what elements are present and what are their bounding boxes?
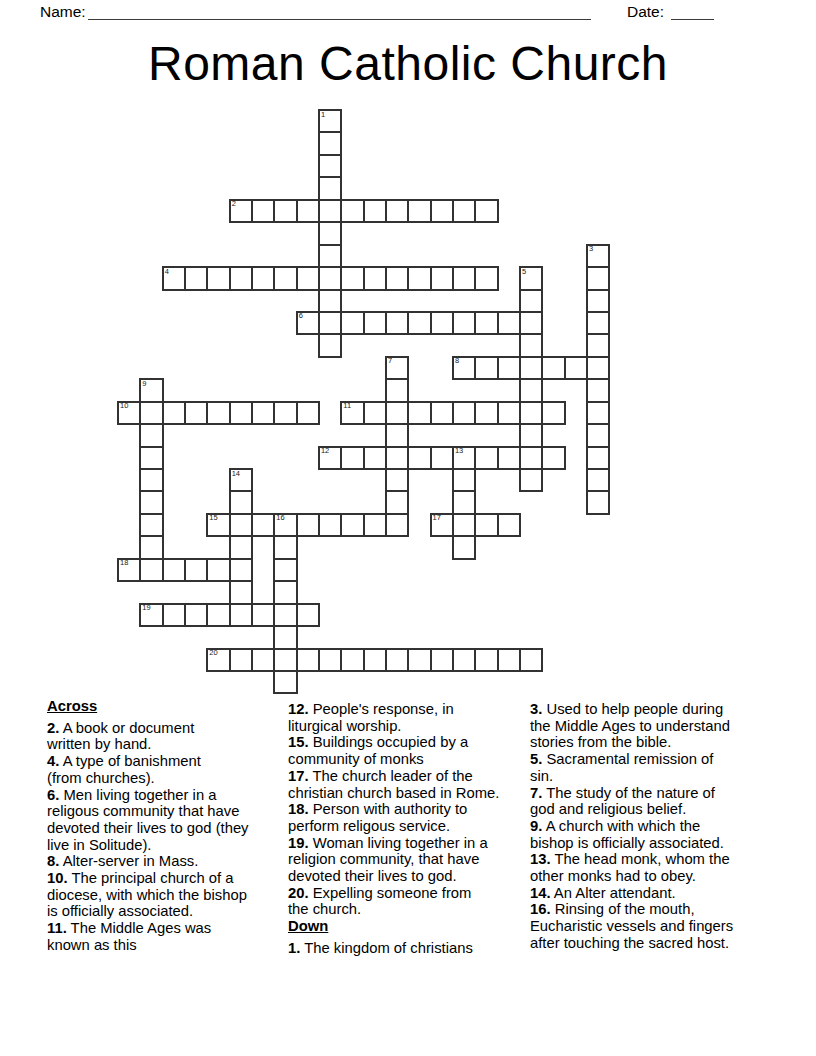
down-heading: Down [288, 918, 538, 935]
clue-item-text: Expelling someone from the church. [288, 885, 471, 918]
crossword-cell[interactable] [319, 290, 341, 312]
crossword-cell[interactable] [542, 357, 564, 379]
crossword-cell[interactable] [453, 402, 475, 424]
crossword-cell[interactable] [341, 649, 363, 671]
crossword-cell[interactable] [498, 312, 520, 334]
crossword-cell[interactable] [140, 491, 162, 513]
crossword-cell[interactable] [386, 649, 408, 671]
crossword-cell[interactable] [386, 402, 408, 424]
crossword-cell[interactable] [230, 267, 252, 289]
crossword-cell[interactable] [319, 177, 341, 199]
clue-item-4: 4. A type of banishment (from churches). [47, 753, 297, 786]
crossword-cell[interactable] [408, 649, 430, 671]
crossword-cell[interactable] [319, 200, 341, 222]
clue-item-1: 1. The kingdom of christians [288, 940, 538, 957]
crossword-cell[interactable] [140, 536, 162, 558]
crossword-cell[interactable] [587, 424, 609, 446]
clue-item-19: 19. Woman living together in a religion … [288, 835, 538, 885]
crossword-cell[interactable] [319, 245, 341, 267]
crossword-cell[interactable] [230, 491, 252, 513]
crossword-cell[interactable] [587, 312, 609, 334]
crossword-cell[interactable] [408, 402, 430, 424]
crossword-cell[interactable]: 16 [274, 514, 296, 536]
crossword-cell[interactable] [364, 402, 386, 424]
crossword-cell[interactable] [185, 267, 207, 289]
crossword-cell[interactable] [520, 469, 542, 491]
clue-item-text: Rinsing of the mouth, Eucharistic vessel… [530, 901, 733, 950]
crossword-cell[interactable] [140, 447, 162, 469]
clue-item-20: 20. Expelling someone from the church. [288, 885, 538, 918]
crossword-cell[interactable] [185, 402, 207, 424]
crossword-cell[interactable]: 20 [207, 649, 229, 671]
crossword-cell[interactable] [319, 267, 341, 289]
crossword-cell[interactable] [431, 200, 453, 222]
clue-item-text: The church leader of the christian churc… [288, 768, 499, 801]
clue-item-number: 7. [530, 785, 542, 801]
crossword-cell[interactable] [297, 402, 319, 424]
clue-number: 11 [343, 402, 351, 411]
crossword-grid: 1234567891011121314151617181920 [118, 110, 609, 693]
crossword-cell[interactable] [386, 424, 408, 446]
crossword-cell[interactable] [163, 559, 185, 581]
crossword-cell[interactable]: 5 [520, 267, 542, 289]
clue-item-11: 11. The Middle Ages was known as this [47, 920, 297, 953]
crossword-cell[interactable] [386, 469, 408, 491]
crossword-cell[interactable] [252, 267, 274, 289]
crossword-cell[interactable] [341, 312, 363, 334]
crossword-cell[interactable]: 10 [118, 402, 140, 424]
clue-item-text: Used to help people during the Middle Ag… [530, 701, 730, 750]
clue-item-text: Woman living together in a religion comm… [288, 835, 488, 884]
crossword-cell[interactable] [408, 312, 430, 334]
crossword-cell[interactable] [319, 649, 341, 671]
clue-item-text: Buildings occupied by a community of mon… [288, 734, 468, 767]
crossword-cell[interactable] [587, 267, 609, 289]
clue-number: 1 [321, 111, 325, 120]
crossword-cell[interactable]: 9 [140, 379, 162, 401]
crossword-cell[interactable] [386, 200, 408, 222]
page-title: Roman Catholic Church [0, 36, 816, 91]
crossword-cell[interactable] [185, 559, 207, 581]
clue-number: 18 [120, 559, 128, 568]
crossword-cell[interactable] [364, 200, 386, 222]
crossword-cell[interactable] [520, 379, 542, 401]
clue-number: 2 [232, 200, 236, 209]
clue-item-text: The head monk, whom the other monks had … [530, 851, 730, 884]
crossword-cell[interactable] [319, 132, 341, 154]
crossword-cell[interactable]: 17 [431, 514, 453, 536]
crossword-cell[interactable] [207, 559, 229, 581]
crossword-cell[interactable] [386, 514, 408, 536]
clue-item-number: 11. [47, 920, 67, 936]
name-blank-line[interactable] [88, 2, 591, 20]
crossword-cell[interactable] [230, 649, 252, 671]
crossword-cell[interactable] [297, 649, 319, 671]
clue-item-text: The principal church of a diocese, with … [47, 870, 247, 919]
crossword-cell[interactable] [252, 604, 274, 626]
crossword-cell[interactable]: 18 [118, 559, 140, 581]
crossword-cell[interactable] [319, 514, 341, 536]
crossword-cell[interactable] [498, 649, 520, 671]
crossword-cell[interactable] [520, 447, 542, 469]
crossword-cell[interactable] [542, 402, 564, 424]
clue-item-number: 2. [47, 720, 59, 736]
clue-number: 12 [321, 447, 329, 456]
clue-item-number: 5. [530, 751, 542, 767]
crossword-cell[interactable]: 2 [230, 200, 252, 222]
crossword-cell[interactable] [274, 267, 296, 289]
crossword-cell[interactable] [587, 290, 609, 312]
crossword-cell[interactable] [408, 447, 430, 469]
crossword-cell[interactable] [453, 200, 475, 222]
crossword-cell[interactable] [341, 514, 363, 536]
crossword-cell[interactable]: 7 [386, 357, 408, 379]
crossword-cell[interactable] [319, 222, 341, 244]
clue-item-text: Person with authority to perform religou… [288, 801, 467, 834]
clue-number: 3 [589, 245, 593, 254]
clue-item-number: 3. [530, 701, 542, 717]
date-label: Date: [627, 3, 664, 21]
crossword-cell[interactable] [341, 200, 363, 222]
crossword-cell[interactable] [274, 536, 296, 558]
crossword-cell[interactable] [475, 267, 497, 289]
crossword-cell[interactable] [386, 491, 408, 513]
crossword-cell[interactable] [341, 447, 363, 469]
crossword-cell[interactable] [274, 200, 296, 222]
clue-item-number: 6. [47, 787, 59, 803]
clue-item-number: 8. [47, 853, 59, 869]
crossword-cell[interactable] [475, 649, 497, 671]
crossword-cell[interactable] [364, 267, 386, 289]
crossword-cell[interactable] [297, 267, 319, 289]
crossword-cell[interactable]: 3 [587, 245, 609, 267]
clue-item-17: 17. The church leader of the christian c… [288, 768, 538, 801]
crossword-cell[interactable] [252, 402, 274, 424]
crossword-cell[interactable] [453, 536, 475, 558]
clue-number: 7 [388, 357, 392, 366]
clue-item-text: Sacramental remission of sin. [530, 751, 713, 784]
crossword-cell[interactable] [520, 334, 542, 356]
clue-item-text: The study of the nature of god and relig… [530, 785, 715, 818]
crossword-cell[interactable] [431, 649, 453, 671]
crossword-cell[interactable] [475, 447, 497, 469]
clue-item-number: 17. [288, 768, 309, 784]
clue-number: 20 [209, 649, 217, 658]
crossword-cell[interactable] [364, 447, 386, 469]
crossword-cell[interactable]: 19 [140, 604, 162, 626]
crossword-cell[interactable] [341, 267, 363, 289]
crossword-cell[interactable]: 1 [319, 110, 341, 132]
clue-item-12: 12. People's response, in liturgical wor… [288, 701, 538, 734]
crossword-cell[interactable] [207, 267, 229, 289]
crossword-cell[interactable] [453, 469, 475, 491]
crossword-cell[interactable] [498, 447, 520, 469]
clue-item-number: 13. [530, 851, 551, 867]
clue-number: 14 [232, 470, 240, 479]
clue-item-number: 19. [288, 835, 309, 851]
clue-item-number: 1. [288, 940, 300, 956]
clue-number: 9 [142, 380, 146, 389]
crossword-cell[interactable] [274, 604, 296, 626]
crossword-cell[interactable] [520, 312, 542, 334]
clue-item-number: 20. [288, 885, 309, 901]
clue-number: 5 [522, 268, 526, 277]
crossword-cell[interactable] [274, 626, 296, 648]
clue-item-8: 8. Alter-server in Mass. [47, 853, 297, 870]
clue-number: 17 [433, 514, 441, 523]
crossword-cell[interactable] [252, 514, 274, 536]
crossword-cell[interactable] [587, 491, 609, 513]
clue-item-text: The Middle Ages was known as this [47, 920, 211, 953]
clue-column-2: 12. People's response, in liturgical wor… [288, 701, 538, 957]
crossword-cell[interactable] [565, 357, 587, 379]
crossword-cell[interactable] [431, 267, 453, 289]
crossword-cell[interactable] [520, 290, 542, 312]
clue-item-number: 12. [288, 701, 309, 717]
crossword-cell[interactable] [587, 334, 609, 356]
crossword-cell[interactable] [364, 514, 386, 536]
crossword-cell[interactable] [274, 581, 296, 603]
crossword-cell[interactable] [498, 357, 520, 379]
clue-item-10: 10. The principal church of a diocese, w… [47, 870, 297, 920]
crossword-cell[interactable] [297, 200, 319, 222]
clue-item-18: 18. Person with authority to perform rel… [288, 801, 538, 834]
crossword-cell[interactable] [475, 514, 497, 536]
crossword-cell[interactable] [520, 649, 542, 671]
clue-number: 10 [120, 402, 128, 411]
crossword-cell[interactable] [230, 402, 252, 424]
crossword-cell[interactable] [297, 514, 319, 536]
crossword-cell[interactable] [140, 514, 162, 536]
clue-item-3: 3. Used to help people during the Middle… [530, 701, 780, 751]
crossword-cell[interactable]: 4 [163, 267, 185, 289]
crossword-cell[interactable] [587, 402, 609, 424]
crossword-cell[interactable] [453, 267, 475, 289]
crossword-cell[interactable] [520, 402, 542, 424]
crossword-cell[interactable] [587, 357, 609, 379]
clue-item-15: 15. Buildings occupied by a community of… [288, 734, 538, 767]
crossword-cell[interactable] [185, 604, 207, 626]
crossword-cell[interactable] [386, 267, 408, 289]
crossword-cell[interactable] [431, 402, 453, 424]
crossword-cell[interactable] [230, 536, 252, 558]
name-label: Name: [40, 3, 86, 21]
crossword-cell[interactable] [230, 604, 252, 626]
crossword-cell[interactable] [319, 155, 341, 177]
crossword-cell[interactable] [297, 604, 319, 626]
crossword-cell[interactable] [163, 604, 185, 626]
crossword-cell[interactable] [319, 312, 341, 334]
crossword-cell[interactable] [140, 469, 162, 491]
clue-item-text: People's response, in liturgical worship… [288, 701, 454, 734]
crossword-cell[interactable] [163, 402, 185, 424]
clue-item-2: 2. A book or document written by hand. [47, 720, 297, 753]
crossword-cell[interactable] [408, 200, 430, 222]
crossword-cell[interactable] [230, 514, 252, 536]
crossword-cell[interactable] [475, 200, 497, 222]
clue-number: 4 [165, 268, 169, 277]
clue-item-number: 18. [288, 801, 309, 817]
crossword-cell[interactable] [475, 312, 497, 334]
crossword-cell[interactable]: 6 [297, 312, 319, 334]
clue-number: 8 [455, 357, 459, 366]
crossword-cell[interactable]: 13 [453, 447, 475, 469]
clue-item-text: Alter-server in Mass. [59, 853, 198, 869]
crossword-cell[interactable] [475, 357, 497, 379]
crossword-cell[interactable] [587, 379, 609, 401]
crossword-cell[interactable] [274, 559, 296, 581]
crossword-cell[interactable] [386, 379, 408, 401]
crossword-cell[interactable] [274, 649, 296, 671]
date-blank-line[interactable] [671, 2, 714, 20]
crossword-cell[interactable] [431, 447, 453, 469]
crossword-cell[interactable] [587, 447, 609, 469]
clue-number: 15 [209, 514, 217, 523]
clue-item-5: 5. Sacramental remission of sin. [530, 751, 780, 784]
clue-item-6: 6. Men living together in a religous com… [47, 787, 297, 854]
crossword-cell[interactable] [207, 402, 229, 424]
clue-item-text: An Alter attendant. [551, 885, 676, 901]
clue-item-text: Men living together in a religous commun… [47, 787, 249, 853]
crossword-cell[interactable] [520, 424, 542, 446]
clue-item-text: A type of banishment (from churches). [47, 753, 201, 786]
clue-item-14: 14. An Alter attendant. [530, 885, 780, 902]
crossword-cell[interactable] [274, 402, 296, 424]
crossword-cell[interactable] [140, 402, 162, 424]
crossword-cell[interactable] [386, 447, 408, 469]
clue-item-number: 10. [47, 870, 68, 886]
clue-number: 16 [276, 514, 284, 523]
crossword-cell[interactable] [252, 200, 274, 222]
clue-item-9: 9. A church with which the bishop is off… [530, 818, 780, 851]
crossword-cell[interactable] [498, 402, 520, 424]
crossword-cell[interactable]: 14 [230, 469, 252, 491]
crossword-cell[interactable]: 8 [453, 357, 475, 379]
crossword-cell[interactable] [453, 312, 475, 334]
crossword-cell[interactable]: 15 [207, 514, 229, 536]
crossword-cell[interactable] [230, 559, 252, 581]
crossword-cell[interactable]: 12 [319, 447, 341, 469]
clue-item-text: The kingdom of christians [300, 940, 472, 956]
clue-column-3: 3. Used to help people during the Middle… [530, 701, 780, 952]
clue-number: 6 [299, 312, 303, 321]
crossword-cell[interactable] [520, 357, 542, 379]
crossword-cell[interactable] [498, 514, 520, 536]
crossword-cell[interactable] [453, 491, 475, 513]
crossword-cell[interactable]: 11 [341, 402, 363, 424]
crossword-cell[interactable] [386, 312, 408, 334]
clue-item-text: A book or document written by hand. [47, 720, 194, 753]
clue-item-number: 9. [530, 818, 542, 834]
crossword-cell[interactable] [274, 671, 296, 693]
clue-item-number: 4. [47, 753, 59, 769]
clue-item-number: 15. [288, 734, 309, 750]
crossword-cell[interactable] [364, 649, 386, 671]
clue-item-13: 13. The head monk, whom the other monks … [530, 851, 780, 884]
clue-item-number: 16. [530, 901, 551, 917]
crossword-cell[interactable] [475, 402, 497, 424]
crossword-cell[interactable] [140, 559, 162, 581]
crossword-cell[interactable] [319, 334, 341, 356]
crossword-cell[interactable] [364, 312, 386, 334]
clue-item-16: 16. Rinsing of the mouth, Eucharistic ve… [530, 901, 780, 951]
crossword-cell[interactable] [207, 604, 229, 626]
crossword-cell[interactable] [587, 469, 609, 491]
clue-number: 19 [142, 604, 150, 613]
across-heading: Across [47, 698, 297, 715]
clue-number: 13 [455, 447, 463, 456]
crossword-cell[interactable] [453, 514, 475, 536]
crossword-cell[interactable] [408, 267, 430, 289]
crossword-cell[interactable] [252, 649, 274, 671]
clue-item-7: 7. The study of the nature of god and re… [530, 785, 780, 818]
crossword-cell[interactable] [140, 424, 162, 446]
crossword-cell[interactable] [230, 581, 252, 603]
crossword-cell[interactable] [431, 312, 453, 334]
clue-item-text: A church with which the bishop is offici… [530, 818, 724, 851]
crossword-cell[interactable] [542, 447, 564, 469]
clue-column-1: Across2. A book or document written by h… [47, 698, 297, 954]
crossword-cell[interactable] [453, 649, 475, 671]
clue-item-number: 14. [530, 885, 551, 901]
